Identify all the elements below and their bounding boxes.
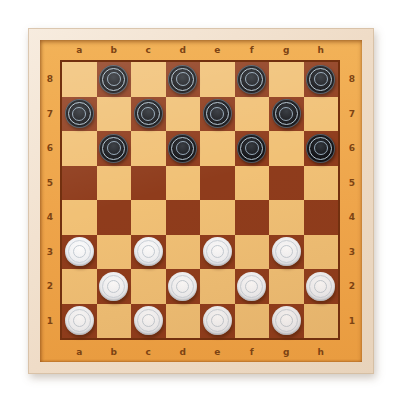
square-h4[interactable]: [304, 200, 339, 235]
file-label: c: [131, 346, 166, 358]
rank-label: 3: [40, 235, 60, 270]
square-a1[interactable]: [62, 304, 97, 339]
square-c3[interactable]: [131, 235, 166, 270]
square-g6[interactable]: [269, 131, 304, 166]
board-face: abcdefgh abcdefgh 87654321 87654321: [40, 40, 362, 362]
rank-label: 4: [342, 200, 362, 235]
square-d8[interactable]: [166, 62, 201, 97]
square-h3[interactable]: [304, 235, 339, 270]
rank-label: 2: [40, 269, 60, 304]
white-checker-c3[interactable]: [134, 237, 163, 266]
rank-label: 7: [342, 97, 362, 132]
checkers-demo-board: abcdefgh abcdefgh 87654321 87654321: [0, 0, 400, 400]
square-c2[interactable]: [131, 269, 166, 304]
file-label: g: [269, 44, 304, 56]
square-a6[interactable]: [62, 131, 97, 166]
rank-label: 2: [342, 269, 362, 304]
black-checker-h8[interactable]: [306, 65, 335, 94]
square-b2[interactable]: [97, 269, 132, 304]
rank-label: 6: [342, 131, 362, 166]
square-g5[interactable]: [269, 166, 304, 201]
black-checker-d8[interactable]: [168, 65, 197, 94]
white-checker-f2[interactable]: [237, 272, 266, 301]
rank-label: 1: [40, 304, 60, 339]
square-b5[interactable]: [97, 166, 132, 201]
white-checker-e3[interactable]: [203, 237, 232, 266]
white-checker-g3[interactable]: [272, 237, 301, 266]
white-checker-a3[interactable]: [65, 237, 94, 266]
rank-label: 4: [40, 200, 60, 235]
square-d5[interactable]: [166, 166, 201, 201]
white-checker-e1[interactable]: [203, 306, 232, 335]
file-label: h: [304, 44, 339, 56]
square-g3[interactable]: [269, 235, 304, 270]
square-e2[interactable]: [200, 269, 235, 304]
square-c8[interactable]: [131, 62, 166, 97]
square-e4[interactable]: [200, 200, 235, 235]
file-label: d: [166, 346, 201, 358]
square-b3[interactable]: [97, 235, 132, 270]
white-checker-d2[interactable]: [168, 272, 197, 301]
square-d7[interactable]: [166, 97, 201, 132]
square-d3[interactable]: [166, 235, 201, 270]
rank-labels-left: 87654321: [40, 62, 60, 338]
white-checker-h2[interactable]: [306, 272, 335, 301]
board-frame: abcdefgh abcdefgh 87654321 87654321: [28, 28, 374, 374]
rank-label: 3: [342, 235, 362, 270]
square-b8[interactable]: [97, 62, 132, 97]
square-f1[interactable]: [235, 304, 270, 339]
white-checker-g1[interactable]: [272, 306, 301, 335]
square-e1[interactable]: [200, 304, 235, 339]
file-label: f: [235, 44, 270, 56]
square-c7[interactable]: [131, 97, 166, 132]
square-f6[interactable]: [235, 131, 270, 166]
square-e3[interactable]: [200, 235, 235, 270]
square-a7[interactable]: [62, 97, 97, 132]
square-d6[interactable]: [166, 131, 201, 166]
square-d4[interactable]: [166, 200, 201, 235]
black-checker-g7[interactable]: [272, 99, 301, 128]
square-b1[interactable]: [97, 304, 132, 339]
file-label: a: [62, 346, 97, 358]
rank-label: 8: [40, 62, 60, 97]
file-labels-bottom: abcdefgh: [62, 346, 338, 358]
rank-label: 1: [342, 304, 362, 339]
file-label: b: [97, 44, 132, 56]
rank-labels-right: 87654321: [342, 62, 362, 338]
square-e8[interactable]: [200, 62, 235, 97]
square-c4[interactable]: [131, 200, 166, 235]
square-f7[interactable]: [235, 97, 270, 132]
black-checker-b6[interactable]: [99, 134, 128, 163]
square-a4[interactable]: [62, 200, 97, 235]
square-b4[interactable]: [97, 200, 132, 235]
white-checker-b2[interactable]: [99, 272, 128, 301]
square-h5[interactable]: [304, 166, 339, 201]
square-f5[interactable]: [235, 166, 270, 201]
square-g7[interactable]: [269, 97, 304, 132]
square-d1[interactable]: [166, 304, 201, 339]
file-label: h: [304, 346, 339, 358]
rank-label: 7: [40, 97, 60, 132]
square-h8[interactable]: [304, 62, 339, 97]
square-a8[interactable]: [62, 62, 97, 97]
square-f8[interactable]: [235, 62, 270, 97]
square-f2[interactable]: [235, 269, 270, 304]
black-checker-e7[interactable]: [203, 99, 232, 128]
square-b7[interactable]: [97, 97, 132, 132]
black-checker-d6[interactable]: [168, 134, 197, 163]
rank-label: 8: [342, 62, 362, 97]
square-h7[interactable]: [304, 97, 339, 132]
square-f3[interactable]: [235, 235, 270, 270]
file-label: b: [97, 346, 132, 358]
square-a5[interactable]: [62, 166, 97, 201]
square-d2[interactable]: [166, 269, 201, 304]
white-checker-a1[interactable]: [65, 306, 94, 335]
square-g4[interactable]: [269, 200, 304, 235]
square-g1[interactable]: [269, 304, 304, 339]
white-checker-c1[interactable]: [134, 306, 163, 335]
rank-label: 5: [342, 166, 362, 201]
square-e5[interactable]: [200, 166, 235, 201]
square-h2[interactable]: [304, 269, 339, 304]
square-a3[interactable]: [62, 235, 97, 270]
square-g2[interactable]: [269, 269, 304, 304]
black-checker-h6[interactable]: [306, 134, 335, 163]
file-label: g: [269, 346, 304, 358]
square-a2[interactable]: [62, 269, 97, 304]
square-f4[interactable]: [235, 200, 270, 235]
rank-label: 5: [40, 166, 60, 201]
square-h6[interactable]: [304, 131, 339, 166]
file-label: c: [131, 44, 166, 56]
square-c6[interactable]: [131, 131, 166, 166]
black-checker-b8[interactable]: [99, 65, 128, 94]
file-label: e: [200, 44, 235, 56]
square-e7[interactable]: [200, 97, 235, 132]
square-h1[interactable]: [304, 304, 339, 339]
black-checker-c7[interactable]: [134, 99, 163, 128]
file-label: f: [235, 346, 270, 358]
board-grid: [60, 60, 340, 340]
square-c5[interactable]: [131, 166, 166, 201]
file-label: a: [62, 44, 97, 56]
rank-label: 6: [40, 131, 60, 166]
square-g8[interactable]: [269, 62, 304, 97]
black-checker-f6[interactable]: [237, 134, 266, 163]
black-checker-a7[interactable]: [65, 99, 94, 128]
file-label: e: [200, 346, 235, 358]
square-e6[interactable]: [200, 131, 235, 166]
square-c1[interactable]: [131, 304, 166, 339]
file-labels-top: abcdefgh: [62, 44, 338, 56]
file-label: d: [166, 44, 201, 56]
square-b6[interactable]: [97, 131, 132, 166]
black-checker-f8[interactable]: [237, 65, 266, 94]
